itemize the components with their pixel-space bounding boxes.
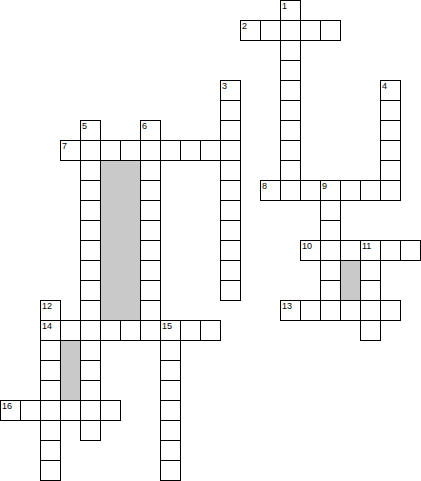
grid-cell[interactable]: [280, 160, 301, 181]
grid-cell[interactable]: [300, 20, 321, 41]
grid-cell[interactable]: [280, 140, 301, 161]
grid-cell[interactable]: [80, 220, 101, 241]
grid-cell[interactable]: [160, 360, 181, 381]
grid-cell[interactable]: [120, 140, 141, 161]
grid-cell[interactable]: [80, 260, 101, 281]
grid-cell[interactable]: [280, 180, 301, 201]
grid-cell[interactable]: [160, 140, 181, 161]
grid-cell[interactable]: [340, 300, 361, 321]
grid-cell[interactable]: [220, 220, 241, 241]
grid-cell[interactable]: [300, 300, 321, 321]
grid-cell[interactable]: [80, 380, 101, 401]
grid-cell[interactable]: [280, 120, 301, 141]
grid-cell[interactable]: [220, 160, 241, 181]
grid-cell[interactable]: [360, 260, 381, 281]
grid-cell[interactable]: [40, 440, 61, 461]
grid-cell[interactable]: [320, 260, 341, 281]
grid-cell[interactable]: [140, 280, 161, 301]
grid-cell[interactable]: [200, 320, 221, 341]
grid-cell[interactable]: [160, 420, 181, 441]
grid-cell[interactable]: [80, 140, 101, 161]
grid-cell[interactable]: [220, 80, 241, 101]
grid-cell[interactable]: [220, 180, 241, 201]
grid-cell[interactable]: [40, 420, 61, 441]
grid-cell[interactable]: [20, 400, 41, 421]
grid-cell[interactable]: [380, 160, 401, 181]
grid-cell[interactable]: [80, 340, 101, 361]
grid-cell[interactable]: [80, 420, 101, 441]
grid-cell[interactable]: [0, 400, 21, 421]
grid-cell[interactable]: [160, 440, 181, 461]
grid-cell[interactable]: [60, 320, 81, 341]
grid-cell[interactable]: [80, 200, 101, 221]
grid-cell[interactable]: [140, 320, 161, 341]
grid-cell[interactable]: [200, 140, 221, 161]
grid-cell[interactable]: [80, 300, 101, 321]
grid-cell[interactable]: [360, 320, 381, 341]
grid-cell[interactable]: [140, 160, 161, 181]
crossword-board: 12345678910111213141516: [0, 0, 421, 481]
grid-cell[interactable]: [280, 100, 301, 121]
grid-cell[interactable]: [380, 300, 401, 321]
grid-cell[interactable]: [40, 320, 61, 341]
grid-cell[interactable]: [380, 180, 401, 201]
grid-cell[interactable]: [160, 340, 181, 361]
grid-cell[interactable]: [280, 40, 301, 61]
shaded-region: [100, 160, 141, 321]
grid-cell[interactable]: [380, 100, 401, 121]
grid-cell[interactable]: [320, 20, 341, 41]
grid-cell[interactable]: [300, 240, 321, 261]
grid-cell[interactable]: [220, 260, 241, 281]
grid-cell[interactable]: [140, 120, 161, 141]
grid-cell[interactable]: [280, 80, 301, 101]
grid-cell[interactable]: [280, 60, 301, 81]
grid-cell[interactable]: [80, 400, 101, 421]
shaded-region: [340, 260, 361, 301]
grid-cell[interactable]: [140, 200, 161, 221]
grid-cell[interactable]: [140, 140, 161, 161]
grid-cell[interactable]: [320, 240, 341, 261]
grid-cell[interactable]: [380, 80, 401, 101]
grid-cell[interactable]: [80, 280, 101, 301]
grid-cell[interactable]: [100, 320, 121, 341]
grid-cell[interactable]: [140, 180, 161, 201]
grid-cell[interactable]: [160, 460, 181, 481]
grid-cell[interactable]: [40, 300, 61, 321]
grid-cell[interactable]: [360, 180, 381, 201]
shaded-region: [60, 340, 81, 401]
grid-cell[interactable]: [80, 120, 101, 141]
grid-cell[interactable]: [220, 100, 241, 121]
grid-cell[interactable]: [140, 260, 161, 281]
grid-cell[interactable]: [260, 20, 281, 41]
grid-cell[interactable]: [40, 380, 61, 401]
grid-cell[interactable]: [340, 180, 361, 201]
grid-cell[interactable]: [320, 280, 341, 301]
grid-cell[interactable]: [400, 240, 421, 261]
grid-cell[interactable]: [100, 400, 121, 421]
grid-cell[interactable]: [40, 340, 61, 361]
grid-cell[interactable]: [80, 360, 101, 381]
grid-cell[interactable]: [320, 200, 341, 221]
grid-cell[interactable]: [60, 400, 81, 421]
grid-cell[interactable]: [220, 240, 241, 261]
grid-cell[interactable]: [320, 180, 341, 201]
grid-cell[interactable]: [340, 240, 361, 261]
grid-cell[interactable]: [220, 140, 241, 161]
grid-cell[interactable]: [160, 380, 181, 401]
grid-cell[interactable]: [80, 180, 101, 201]
grid-cell[interactable]: [360, 280, 381, 301]
grid-cell[interactable]: [100, 140, 121, 161]
grid-cell[interactable]: [220, 200, 241, 221]
grid-cell[interactable]: [40, 400, 61, 421]
grid-cell[interactable]: [360, 240, 381, 261]
grid-cell[interactable]: [260, 180, 281, 201]
grid-cell[interactable]: [80, 240, 101, 261]
grid-cell[interactable]: [220, 280, 241, 301]
grid-cell[interactable]: [380, 140, 401, 161]
grid-cell[interactable]: [180, 320, 201, 341]
grid-cell[interactable]: [160, 320, 181, 341]
grid-cell[interactable]: [380, 120, 401, 141]
grid-cell[interactable]: [60, 140, 81, 161]
grid-cell[interactable]: [280, 20, 301, 41]
grid-cell[interactable]: [160, 400, 181, 421]
grid-cell[interactable]: [320, 300, 341, 321]
grid-cell[interactable]: [300, 180, 321, 201]
grid-cell[interactable]: [80, 160, 101, 181]
grid-cell[interactable]: [240, 20, 261, 41]
grid-cell[interactable]: [40, 460, 61, 481]
grid-cell[interactable]: [280, 300, 301, 321]
grid-cell[interactable]: [80, 320, 101, 341]
grid-cell[interactable]: [380, 240, 401, 261]
grid-cell[interactable]: [140, 240, 161, 261]
grid-cell[interactable]: [320, 220, 341, 241]
grid-cell[interactable]: [180, 140, 201, 161]
grid-cell[interactable]: [140, 300, 161, 321]
grid-cell[interactable]: [360, 300, 381, 321]
grid-cell[interactable]: [280, 0, 301, 21]
grid-cell[interactable]: [40, 360, 61, 381]
grid-cell[interactable]: [120, 320, 141, 341]
grid-cell[interactable]: [220, 120, 241, 141]
grid-cell[interactable]: [140, 220, 161, 241]
